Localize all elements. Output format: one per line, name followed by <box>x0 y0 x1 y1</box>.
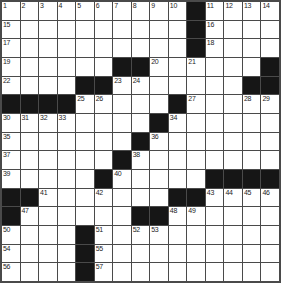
grid-cell-r12c5[interactable] <box>76 207 94 225</box>
grid-cell-r9c12[interactable] <box>206 151 224 169</box>
grid-cell-r2c10[interactable] <box>169 21 187 39</box>
grid-cell-r13c13[interactable] <box>224 226 242 244</box>
black-cell-r5c6 <box>95 77 113 95</box>
grid-cell-r4c3[interactable] <box>39 58 57 76</box>
grid-cell-r9c15[interactable] <box>261 151 279 169</box>
grid-cell-r12c15[interactable] <box>261 207 279 225</box>
clue-number: 49 <box>188 207 195 215</box>
clue-number: 19 <box>3 58 10 66</box>
grid-cell-r7c6[interactable] <box>95 114 113 132</box>
grid-cell-r6c13[interactable] <box>224 95 242 113</box>
clue-number: 20 <box>151 58 158 66</box>
grid-cell-r5c8[interactable]: 24 <box>132 77 150 95</box>
grid-cell-r8c5[interactable] <box>76 133 94 151</box>
grid-cell-r15c10[interactable] <box>169 263 187 281</box>
black-cell-r5c15 <box>261 77 279 95</box>
grid-cell-r14c2[interactable] <box>21 245 39 263</box>
clue-number: 53 <box>151 226 158 234</box>
clue-number: 51 <box>96 226 103 234</box>
page: 1234567891011121314151617181920212223242… <box>0 0 281 300</box>
grid-cell-r5c13[interactable] <box>224 77 242 95</box>
grid-cell-r1c14[interactable]: 13 <box>243 2 261 20</box>
grid-cell-r2c1[interactable]: 15 <box>2 21 20 39</box>
grid-cell-r12c12[interactable] <box>206 207 224 225</box>
clue-number: 14 <box>262 2 269 10</box>
crossword-grid: 1234567891011121314151617181920212223242… <box>0 0 281 283</box>
grid-cell-r14c10[interactable] <box>169 245 187 263</box>
grid-cell-r7c14[interactable] <box>243 114 261 132</box>
grid-cell-r7c13[interactable] <box>224 114 242 132</box>
grid-cell-r3c10[interactable] <box>169 39 187 57</box>
grid-cell-r3c5[interactable] <box>76 39 94 57</box>
clue-number: 44 <box>225 189 232 197</box>
grid-cell-r12c13[interactable] <box>224 207 242 225</box>
grid-cell-r1c8[interactable]: 8 <box>132 2 150 20</box>
grid-cell-r11c14[interactable]: 45 <box>243 189 261 207</box>
grid-cell-r10c10[interactable] <box>169 170 187 188</box>
grid-cell-r14c6[interactable]: 55 <box>95 245 113 263</box>
grid-cell-r13c14[interactable] <box>243 226 261 244</box>
black-cell-r6c1 <box>2 95 20 113</box>
grid-cell-r8c9[interactable]: 36 <box>150 133 168 151</box>
grid-cell-r5c3[interactable] <box>39 77 57 95</box>
grid-cell-r1c15[interactable]: 14 <box>261 2 279 20</box>
grid-cell-r11c13[interactable]: 44 <box>224 189 242 207</box>
grid-cell-r4c11[interactable]: 21 <box>187 58 205 76</box>
clue-number: 52 <box>133 226 140 234</box>
grid-cell-r3c6[interactable] <box>95 39 113 57</box>
grid-cell-r13c6[interactable]: 51 <box>95 226 113 244</box>
grid-cell-r7c3[interactable]: 32 <box>39 114 57 132</box>
clue-number: 57 <box>96 263 103 271</box>
grid-cell-r4c12[interactable] <box>206 58 224 76</box>
grid-cell-r10c1[interactable]: 39 <box>2 170 20 188</box>
grid-cell-r9c4[interactable] <box>58 151 76 169</box>
black-cell-r14c5 <box>76 245 94 263</box>
clue-number: 21 <box>188 58 195 66</box>
grid-cell-r3c13[interactable] <box>224 39 242 57</box>
black-cell-r10c13 <box>224 170 242 188</box>
grid-cell-r7c5[interactable] <box>76 114 94 132</box>
clue-number: 18 <box>207 39 214 47</box>
grid-cell-r6c5[interactable]: 25 <box>76 95 94 113</box>
grid-cell-r5c10[interactable] <box>169 77 187 95</box>
grid-cell-r6c11[interactable]: 27 <box>187 95 205 113</box>
black-cell-r4c8 <box>132 58 150 76</box>
clue-number: 36 <box>151 133 158 141</box>
grid-cell-r9c5[interactable] <box>76 151 94 169</box>
grid-cell-r10c8[interactable] <box>132 170 150 188</box>
grid-cell-r3c1[interactable]: 17 <box>2 39 20 57</box>
grid-cell-r12c11[interactable]: 49 <box>187 207 205 225</box>
clue-number: 31 <box>22 114 29 122</box>
black-cell-r10c12 <box>206 170 224 188</box>
grid-cell-r13c7[interactable] <box>113 226 131 244</box>
grid-cell-r13c4[interactable] <box>58 226 76 244</box>
grid-cell-r13c2[interactable] <box>21 226 39 244</box>
black-cell-r12c8 <box>132 207 150 225</box>
grid-cell-r7c11[interactable] <box>187 114 205 132</box>
grid-cell-r6c15[interactable]: 29 <box>261 95 279 113</box>
grid-cell-r10c2[interactable] <box>21 170 39 188</box>
grid-cell-r3c2[interactable] <box>21 39 39 57</box>
grid-cell-r5c12[interactable] <box>206 77 224 95</box>
black-cell-r7c9 <box>150 114 168 132</box>
grid-cell-r4c2[interactable] <box>21 58 39 76</box>
grid-cell-r8c10[interactable] <box>169 133 187 151</box>
grid-cell-r8c15[interactable] <box>261 133 279 151</box>
clue-number: 34 <box>170 114 177 122</box>
grid-cell-r8c12[interactable] <box>206 133 224 151</box>
clue-number: 43 <box>207 189 214 197</box>
grid-cell-r4c13[interactable] <box>224 58 242 76</box>
black-cell-r6c4 <box>58 95 76 113</box>
grid-cell-r5c4[interactable] <box>58 77 76 95</box>
grid-cell-r7c2[interactable]: 31 <box>21 114 39 132</box>
grid-cell-r11c6[interactable]: 42 <box>95 189 113 207</box>
grid-cell-r6c12[interactable] <box>206 95 224 113</box>
grid-cell-r2c6[interactable] <box>95 21 113 39</box>
grid-cell-r15c6[interactable]: 57 <box>95 263 113 281</box>
grid-cell-r10c7[interactable]: 40 <box>113 170 131 188</box>
grid-cell-r12c10[interactable]: 48 <box>169 207 187 225</box>
black-cell-r11c1 <box>2 189 20 207</box>
grid-cell-r1c6[interactable]: 6 <box>95 2 113 20</box>
grid-cell-r12c14[interactable] <box>243 207 261 225</box>
grid-cell-r9c6[interactable] <box>95 151 113 169</box>
grid-cell-r4c10[interactable] <box>169 58 187 76</box>
clue-number: 39 <box>3 170 10 178</box>
grid-cell-r9c3[interactable] <box>39 151 57 169</box>
grid-cell-r3c14[interactable] <box>243 39 261 57</box>
grid-cell-r4c14[interactable] <box>243 58 261 76</box>
black-cell-r3c11 <box>187 39 205 57</box>
grid-cell-r2c8[interactable] <box>132 21 150 39</box>
black-cell-r10c6 <box>95 170 113 188</box>
grid-cell-r15c7[interactable] <box>113 263 131 281</box>
grid-cell-r1c1[interactable]: 1 <box>2 2 20 20</box>
grid-cell-r7c10[interactable]: 34 <box>169 114 187 132</box>
grid-cell-r3c9[interactable] <box>150 39 168 57</box>
grid-cell-r4c9[interactable]: 20 <box>150 58 168 76</box>
grid-cell-r3c4[interactable] <box>58 39 76 57</box>
grid-cell-r11c15[interactable]: 46 <box>261 189 279 207</box>
clue-number: 42 <box>96 189 103 197</box>
grid-cell-r8c13[interactable] <box>224 133 242 151</box>
grid-cell-r11c8[interactable] <box>132 189 150 207</box>
grid-cell-r6c7[interactable] <box>113 95 131 113</box>
clue-number: 45 <box>244 189 251 197</box>
grid-cell-r10c11[interactable] <box>187 170 205 188</box>
clue-number: 16 <box>207 21 214 29</box>
grid-cell-r6c14[interactable]: 28 <box>243 95 261 113</box>
clue-number: 50 <box>3 226 10 234</box>
grid-cell-r14c8[interactable] <box>132 245 150 263</box>
grid-cell-r7c7[interactable] <box>113 114 131 132</box>
grid-cell-r1c13[interactable]: 12 <box>224 2 242 20</box>
grid-cell-r2c14[interactable] <box>243 21 261 39</box>
grid-cell-r2c9[interactable] <box>150 21 168 39</box>
black-cell-r12c1 <box>2 207 20 225</box>
grid-cell-r15c11[interactable] <box>187 263 205 281</box>
clue-number: 7 <box>114 2 118 10</box>
clue-number: 28 <box>244 95 251 103</box>
clue-number: 32 <box>40 114 47 122</box>
grid-cell-r15c3[interactable] <box>39 263 57 281</box>
grid-cell-r11c9[interactable] <box>150 189 168 207</box>
grid-cell-r8c2[interactable] <box>21 133 39 151</box>
grid-cell-r13c12[interactable] <box>206 226 224 244</box>
black-cell-r1c11 <box>187 2 205 20</box>
clue-number: 33 <box>59 114 66 122</box>
clue-number: 24 <box>133 77 140 85</box>
clue-number: 2 <box>22 2 26 10</box>
grid-cell-r7c15[interactable] <box>261 114 279 132</box>
black-cell-r6c10 <box>169 95 187 113</box>
black-cell-r9c7 <box>113 151 131 169</box>
grid-cell-r8c6[interactable] <box>95 133 113 151</box>
grid-cell-r1c5[interactable]: 5 <box>76 2 94 20</box>
grid-cell-r10c5[interactable] <box>76 170 94 188</box>
clue-number: 4 <box>59 2 63 10</box>
grid-cell-r9c2[interactable] <box>21 151 39 169</box>
grid-cell-r7c8[interactable] <box>132 114 150 132</box>
grid-cell-r9c1[interactable]: 37 <box>2 151 20 169</box>
grid-cell-r8c3[interactable] <box>39 133 57 151</box>
grid-cell-r12c7[interactable] <box>113 207 131 225</box>
grid-cell-r4c4[interactable] <box>58 58 76 76</box>
grid-cell-r5c2[interactable] <box>21 77 39 95</box>
grid-cell-r15c2[interactable] <box>21 263 39 281</box>
grid-cell-r8c11[interactable] <box>187 133 205 151</box>
clue-number: 25 <box>77 95 84 103</box>
grid-cell-r13c3[interactable] <box>39 226 57 244</box>
grid-cell-r4c6[interactable] <box>95 58 113 76</box>
grid-cell-r4c1[interactable]: 19 <box>2 58 20 76</box>
grid-cell-r15c1[interactable]: 56 <box>2 263 20 281</box>
grid-cell-r13c15[interactable] <box>261 226 279 244</box>
clue-number: 15 <box>3 21 10 29</box>
black-cell-r11c11 <box>187 189 205 207</box>
clue-number: 3 <box>40 2 44 10</box>
clue-number: 30 <box>3 114 10 122</box>
clue-number: 17 <box>3 39 10 47</box>
grid-cell-r3c3[interactable] <box>39 39 57 57</box>
clue-number: 35 <box>3 133 10 141</box>
grid-cell-r3c8[interactable] <box>132 39 150 57</box>
grid-cell-r8c1[interactable]: 35 <box>2 133 20 151</box>
grid-cell-r1c3[interactable]: 3 <box>39 2 57 20</box>
clue-number: 27 <box>188 95 195 103</box>
clue-number: 48 <box>170 207 177 215</box>
clue-number: 55 <box>96 245 103 253</box>
grid-cell-r8c14[interactable] <box>243 133 261 151</box>
grid-cell-r15c14[interactable] <box>243 263 261 281</box>
black-cell-r10c15 <box>261 170 279 188</box>
clue-number: 41 <box>40 189 47 197</box>
grid-cell-r12c6[interactable] <box>95 207 113 225</box>
grid-cell-r1c12[interactable]: 11 <box>206 2 224 20</box>
grid-cell-r15c8[interactable] <box>132 263 150 281</box>
grid-cell-r14c7[interactable] <box>113 245 131 263</box>
grid-cell-r7c1[interactable]: 30 <box>2 114 20 132</box>
grid-cell-r15c4[interactable] <box>58 263 76 281</box>
clue-number: 13 <box>244 2 251 10</box>
grid-cell-r2c4[interactable] <box>58 21 76 39</box>
grid-cell-r9c8[interactable]: 38 <box>132 151 150 169</box>
grid-cell-r11c5[interactable] <box>76 189 94 207</box>
grid-cell-r15c15[interactable] <box>261 263 279 281</box>
clue-number: 47 <box>22 207 29 215</box>
clue-number: 9 <box>151 2 155 10</box>
grid-cell-r13c11[interactable] <box>187 226 205 244</box>
grid-cell-r12c2[interactable]: 47 <box>21 207 39 225</box>
grid-cell-r10c4[interactable] <box>58 170 76 188</box>
grid-cell-r14c3[interactable] <box>39 245 57 263</box>
grid-cell-r1c10[interactable]: 10 <box>169 2 187 20</box>
grid-cell-r3c7[interactable] <box>113 39 131 57</box>
clue-number: 23 <box>114 77 121 85</box>
grid-cell-r2c5[interactable] <box>76 21 94 39</box>
grid-cell-r15c13[interactable] <box>224 263 242 281</box>
grid-cell-r11c12[interactable]: 43 <box>206 189 224 207</box>
grid-cell-r1c2[interactable]: 2 <box>21 2 39 20</box>
grid-cell-r11c3[interactable]: 41 <box>39 189 57 207</box>
grid-cell-r9c11[interactable] <box>187 151 205 169</box>
grid-cell-r5c7[interactable]: 23 <box>113 77 131 95</box>
grid-cell-r3c12[interactable]: 18 <box>206 39 224 57</box>
grid-cell-r14c12[interactable] <box>206 245 224 263</box>
clue-number: 29 <box>262 95 269 103</box>
grid-cell-r14c15[interactable] <box>261 245 279 263</box>
grid-cell-r13c1[interactable]: 50 <box>2 226 20 244</box>
grid-cell-r14c9[interactable] <box>150 245 168 263</box>
black-cell-r4c15 <box>261 58 279 76</box>
grid-cell-r10c3[interactable] <box>39 170 57 188</box>
grid-cell-r9c14[interactable] <box>243 151 261 169</box>
black-cell-r5c14 <box>243 77 261 95</box>
clue-number: 6 <box>96 2 100 10</box>
black-cell-r6c3 <box>39 95 57 113</box>
clue-number: 11 <box>207 2 214 10</box>
clue-number: 5 <box>77 2 81 10</box>
black-cell-r10c14 <box>243 170 261 188</box>
grid-cell-r13c8[interactable]: 52 <box>132 226 150 244</box>
grid-cell-r11c7[interactable] <box>113 189 131 207</box>
black-cell-r12c9 <box>150 207 168 225</box>
grid-cell-r6c8[interactable] <box>132 95 150 113</box>
grid-cell-r6c6[interactable]: 26 <box>95 95 113 113</box>
grid-cell-r14c11[interactable] <box>187 245 205 263</box>
grid-cell-r8c7[interactable] <box>113 133 131 151</box>
grid-cell-r13c9[interactable]: 53 <box>150 226 168 244</box>
grid-cell-r8c4[interactable] <box>58 133 76 151</box>
grid-cell-r2c3[interactable] <box>39 21 57 39</box>
grid-cell-r14c4[interactable] <box>58 245 76 263</box>
grid-cell-r12c3[interactable] <box>39 207 57 225</box>
grid-cell-r14c1[interactable]: 54 <box>2 245 20 263</box>
black-cell-r6c2 <box>21 95 39 113</box>
grid-cell-r2c13[interactable] <box>224 21 242 39</box>
grid-cell-r5c1[interactable]: 22 <box>2 77 20 95</box>
black-cell-r8c8 <box>132 133 150 151</box>
clue-number: 56 <box>3 263 10 271</box>
grid-cell-r1c7[interactable]: 7 <box>113 2 131 20</box>
grid-cell-r15c12[interactable] <box>206 263 224 281</box>
grid-cell-r14c13[interactable] <box>224 245 242 263</box>
grid-cell-r14c14[interactable] <box>243 245 261 263</box>
grid-cell-r7c12[interactable] <box>206 114 224 132</box>
grid-cell-r1c9[interactable]: 9 <box>150 2 168 20</box>
black-cell-r11c2 <box>21 189 39 207</box>
grid-cell-r11c4[interactable] <box>58 189 76 207</box>
clue-number: 54 <box>3 245 10 253</box>
grid-cell-r6c9[interactable] <box>150 95 168 113</box>
grid-cell-r2c2[interactable] <box>21 21 39 39</box>
clue-number: 8 <box>133 2 137 10</box>
grid-cell-r9c10[interactable] <box>169 151 187 169</box>
grid-cell-r1c4[interactable]: 4 <box>58 2 76 20</box>
black-cell-r2c11 <box>187 21 205 39</box>
grid-cell-r15c9[interactable] <box>150 263 168 281</box>
clue-number: 37 <box>3 151 10 159</box>
grid-cell-r2c7[interactable] <box>113 21 131 39</box>
grid-cell-r2c15[interactable] <box>261 21 279 39</box>
grid-cell-r12c4[interactable] <box>58 207 76 225</box>
clue-number: 1 <box>3 2 7 10</box>
clue-number: 26 <box>96 95 103 103</box>
clue-number: 46 <box>262 189 269 197</box>
black-cell-r13c5 <box>76 226 94 244</box>
grid-cell-r13c10[interactable] <box>169 226 187 244</box>
grid-cell-r10c9[interactable] <box>150 170 168 188</box>
black-cell-r4c7 <box>113 58 131 76</box>
grid-cell-r5c11[interactable] <box>187 77 205 95</box>
black-cell-r15c5 <box>76 263 94 281</box>
grid-cell-r7c4[interactable]: 33 <box>58 114 76 132</box>
clue-number: 22 <box>3 77 10 85</box>
clue-number: 38 <box>133 151 140 159</box>
grid-cell-r9c9[interactable] <box>150 151 168 169</box>
black-cell-r5c5 <box>76 77 94 95</box>
grid-cell-r4c5[interactable] <box>76 58 94 76</box>
clue-number: 12 <box>225 2 232 10</box>
grid-cell-r3c15[interactable] <box>261 39 279 57</box>
grid-cell-r5c9[interactable] <box>150 77 168 95</box>
clue-number: 40 <box>114 170 121 178</box>
black-cell-r11c10 <box>169 189 187 207</box>
grid-cell-r9c13[interactable] <box>224 151 242 169</box>
grid-cell-r2c12[interactable]: 16 <box>206 21 224 39</box>
clue-number: 10 <box>170 2 177 10</box>
